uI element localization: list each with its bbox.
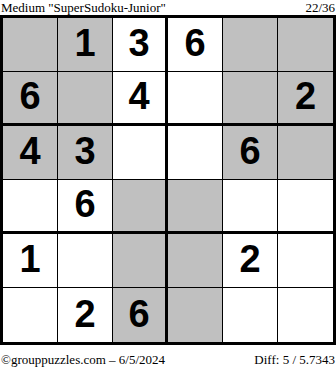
copyright-date: ©grouppuzzles.com – 6/5/2024 — [1, 352, 165, 368]
cell-r1c6[interactable] — [278, 18, 333, 72]
blank-count: 22/36 — [305, 1, 335, 15]
cell-r2c2[interactable] — [58, 72, 113, 126]
cell-r2c1[interactable]: 6 — [3, 72, 58, 126]
cell-r1c4[interactable]: 6 — [168, 18, 223, 72]
footer: ©grouppuzzles.com – 6/5/2024 Diff: 5 / 5… — [0, 345, 336, 370]
cell-r4c2[interactable]: 6 — [58, 180, 113, 234]
cell-r6c4[interactable] — [168, 288, 223, 342]
cell-r1c1[interactable] — [3, 18, 58, 72]
puzzle-title: Medium "SuperSudoku-Junior" — [1, 1, 166, 15]
cell-r4c5[interactable] — [223, 180, 278, 234]
cell-r2c6[interactable]: 2 — [278, 72, 333, 126]
cell-r3c1[interactable]: 4 — [3, 126, 58, 180]
cell-r5c5[interactable]: 2 — [223, 234, 278, 288]
cell-r6c1[interactable] — [3, 288, 58, 342]
cell-r1c5[interactable] — [223, 18, 278, 72]
cell-r3c5[interactable]: 6 — [223, 126, 278, 180]
cell-r5c2[interactable] — [58, 234, 113, 288]
cell-r3c3[interactable] — [113, 126, 168, 180]
cell-r6c6[interactable] — [278, 288, 333, 342]
cell-r2c3[interactable]: 4 — [113, 72, 168, 126]
cell-r5c6[interactable] — [278, 234, 333, 288]
header: Medium "SuperSudoku-Junior" 22/36 — [0, 0, 336, 15]
cell-r2c4[interactable] — [168, 72, 223, 126]
cell-r4c1[interactable] — [3, 180, 58, 234]
cell-r4c6[interactable] — [278, 180, 333, 234]
cell-r4c4[interactable] — [168, 180, 223, 234]
cell-r3c4[interactable] — [168, 126, 223, 180]
puzzle-page: Medium "SuperSudoku-Junior" 22/36 136642… — [0, 0, 336, 370]
cell-r3c2[interactable]: 3 — [58, 126, 113, 180]
cell-r5c1[interactable]: 1 — [3, 234, 58, 288]
cell-r6c2[interactable]: 2 — [58, 288, 113, 342]
cell-r5c4[interactable] — [168, 234, 223, 288]
cell-r6c3[interactable]: 6 — [113, 288, 168, 342]
cell-r2c5[interactable] — [223, 72, 278, 126]
cell-r4c3[interactable] — [113, 180, 168, 234]
cell-r3c6[interactable] — [278, 126, 333, 180]
sudoku-grid: 13664243661226 — [0, 15, 336, 345]
difficulty-rating: Diff: 5 / 5.7343 — [254, 352, 335, 368]
cell-r1c3[interactable]: 3 — [113, 18, 168, 72]
cell-r1c2[interactable]: 1 — [58, 18, 113, 72]
cell-r6c5[interactable] — [223, 288, 278, 342]
cell-r5c3[interactable] — [113, 234, 168, 288]
